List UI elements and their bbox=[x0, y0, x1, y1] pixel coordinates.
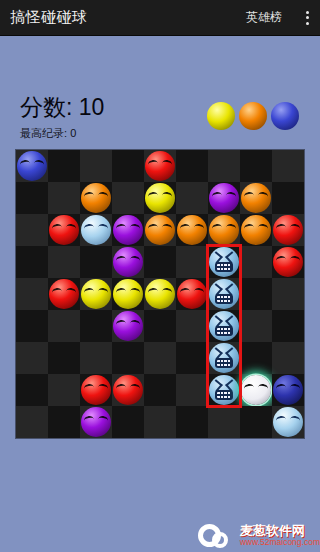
ball-white-selected[interactable] bbox=[241, 375, 271, 405]
cell-r1c6[interactable] bbox=[208, 182, 240, 214]
cell-r1c0[interactable] bbox=[16, 182, 48, 214]
cell-r3c6[interactable] bbox=[208, 246, 240, 278]
ball-yellow[interactable] bbox=[113, 279, 143, 309]
closed-eye-icon bbox=[51, 287, 62, 296]
cell-r4c8[interactable] bbox=[272, 278, 304, 310]
leaderboard-button[interactable]: 英雄榜 bbox=[246, 9, 282, 26]
closed-eye-icon bbox=[275, 255, 286, 264]
closed-eye-icon bbox=[115, 319, 126, 328]
maicong-cloud-logo-icon bbox=[197, 523, 235, 549]
cell-r8c8[interactable] bbox=[272, 406, 304, 438]
cell-r1c5[interactable] bbox=[176, 182, 208, 214]
watermark-site: 麦葱软件网 bbox=[240, 524, 320, 538]
ball-purple[interactable] bbox=[113, 247, 143, 277]
app-bar: 搞怪碰碰球 英雄榜 bbox=[0, 0, 320, 36]
closed-eye-icon bbox=[115, 223, 126, 232]
closed-eye-icon bbox=[289, 415, 300, 424]
cell-r0c0[interactable] bbox=[16, 150, 48, 182]
closed-eye-icon bbox=[289, 255, 300, 264]
cell-r7c2[interactable] bbox=[80, 374, 112, 406]
ball-cyan-grimace-clearing[interactable] bbox=[209, 343, 239, 373]
cell-r3c4[interactable] bbox=[144, 246, 176, 278]
closed-eye-icon bbox=[83, 223, 94, 232]
gritted-teeth-icon bbox=[215, 326, 233, 336]
ball-cyan-grimace-clearing[interactable] bbox=[209, 279, 239, 309]
cell-r2c2[interactable] bbox=[80, 214, 112, 246]
ball-orange[interactable] bbox=[241, 183, 271, 213]
cell-r1c8[interactable] bbox=[272, 182, 304, 214]
closed-eye-icon bbox=[83, 191, 94, 200]
cell-r4c1[interactable] bbox=[48, 278, 80, 310]
closed-eye-icon bbox=[211, 223, 222, 232]
cell-r1c2[interactable] bbox=[80, 182, 112, 214]
ball-yellow[interactable] bbox=[81, 279, 111, 309]
cell-r0c2[interactable] bbox=[80, 150, 112, 182]
closed-eye-icon bbox=[115, 383, 126, 392]
overflow-menu-icon[interactable] bbox=[298, 8, 316, 28]
cell-r2c0[interactable] bbox=[16, 214, 48, 246]
cell-r6c8[interactable] bbox=[272, 342, 304, 374]
ball-orange[interactable] bbox=[177, 215, 207, 245]
closed-eye-icon bbox=[65, 223, 76, 232]
closed-eye-icon bbox=[147, 287, 158, 296]
closed-eye-icon bbox=[83, 383, 94, 392]
cell-r4c6[interactable] bbox=[208, 278, 240, 310]
cell-r8c1[interactable] bbox=[48, 406, 80, 438]
closed-eye-icon bbox=[193, 287, 204, 296]
closed-eye-icon bbox=[51, 223, 62, 232]
cell-r2c4[interactable] bbox=[144, 214, 176, 246]
cell-r0c4[interactable] bbox=[144, 150, 176, 182]
cell-r1c3[interactable] bbox=[112, 182, 144, 214]
ball-red[interactable] bbox=[49, 215, 79, 245]
cell-r4c3[interactable] bbox=[112, 278, 144, 310]
closed-eye-icon bbox=[129, 287, 140, 296]
board bbox=[16, 150, 304, 438]
closed-eye-icon bbox=[147, 159, 158, 168]
closed-eye-icon bbox=[129, 255, 140, 264]
cell-r0c1[interactable] bbox=[48, 150, 80, 182]
cell-r7c0[interactable] bbox=[16, 374, 48, 406]
ball-red[interactable] bbox=[113, 375, 143, 405]
cell-r1c7[interactable] bbox=[240, 182, 272, 214]
closed-eye-icon bbox=[97, 287, 108, 296]
closed-eye-icon bbox=[33, 159, 44, 168]
cell-r5c4[interactable] bbox=[144, 310, 176, 342]
closed-eye-icon bbox=[83, 415, 94, 424]
ball-cyan[interactable] bbox=[81, 215, 111, 245]
next-ball-orange bbox=[239, 102, 267, 130]
closed-eye-icon bbox=[257, 191, 268, 200]
closed-eye-icon bbox=[97, 383, 108, 392]
ball-orange[interactable] bbox=[145, 215, 175, 245]
cell-r8c5[interactable] bbox=[176, 406, 208, 438]
score-line: 分数: 10 bbox=[20, 92, 104, 123]
closed-eye-icon bbox=[193, 223, 204, 232]
cell-r8c4[interactable] bbox=[144, 406, 176, 438]
closed-eye-icon bbox=[211, 191, 222, 200]
ball-orange[interactable] bbox=[241, 215, 271, 245]
closed-eye-icon bbox=[275, 383, 286, 392]
ball-purple[interactable] bbox=[113, 311, 143, 341]
cell-r8c3[interactable] bbox=[112, 406, 144, 438]
next-ball-yellow bbox=[207, 102, 235, 130]
ball-cyan[interactable] bbox=[273, 407, 303, 437]
cell-r6c1[interactable] bbox=[48, 342, 80, 374]
gritted-teeth-icon bbox=[215, 390, 233, 400]
cell-r6c2[interactable] bbox=[80, 342, 112, 374]
cell-r4c5[interactable] bbox=[176, 278, 208, 310]
cell-r5c8[interactable] bbox=[272, 310, 304, 342]
score-value: 10 bbox=[79, 94, 105, 120]
cell-r2c5[interactable] bbox=[176, 214, 208, 246]
gritted-teeth-icon bbox=[215, 294, 233, 304]
ball-red[interactable] bbox=[145, 151, 175, 181]
cell-r8c2[interactable] bbox=[80, 406, 112, 438]
ball-blue[interactable] bbox=[17, 151, 47, 181]
closed-eye-icon bbox=[97, 415, 108, 424]
closed-eye-icon bbox=[225, 191, 236, 200]
cell-r7c5[interactable] bbox=[176, 374, 208, 406]
cell-r3c1[interactable] bbox=[48, 246, 80, 278]
ball-navy-blue[interactable] bbox=[273, 375, 303, 405]
closed-eye-icon bbox=[147, 223, 158, 232]
ball-red[interactable] bbox=[273, 247, 303, 277]
cell-r7c4[interactable] bbox=[144, 374, 176, 406]
cell-r6c7[interactable] bbox=[240, 342, 272, 374]
cell-r5c7[interactable] bbox=[240, 310, 272, 342]
cell-r7c8[interactable] bbox=[272, 374, 304, 406]
closed-eye-icon bbox=[275, 415, 286, 424]
cell-r4c4[interactable] bbox=[144, 278, 176, 310]
closed-eye-icon bbox=[243, 191, 254, 200]
cell-r5c3[interactable] bbox=[112, 310, 144, 342]
closed-eye-icon bbox=[289, 383, 300, 392]
closed-eye-icon bbox=[83, 287, 94, 296]
closed-eye-icon bbox=[225, 223, 236, 232]
cell-r0c3[interactable] bbox=[112, 150, 144, 182]
cell-r8c7[interactable] bbox=[240, 406, 272, 438]
ball-red[interactable] bbox=[49, 279, 79, 309]
closed-eye-icon bbox=[97, 223, 108, 232]
closed-eye-icon bbox=[115, 287, 126, 296]
closed-eye-icon bbox=[129, 223, 140, 232]
cell-r8c6[interactable] bbox=[208, 406, 240, 438]
cell-r7c6[interactable] bbox=[208, 374, 240, 406]
closed-eye-icon bbox=[289, 223, 300, 232]
closed-eye-icon bbox=[179, 287, 190, 296]
cell-r3c8[interactable] bbox=[272, 246, 304, 278]
closed-eye-icon bbox=[161, 191, 172, 200]
gritted-teeth-icon bbox=[215, 358, 233, 368]
score-label: 分数: bbox=[20, 94, 72, 120]
closed-eye-icon bbox=[115, 255, 126, 264]
cell-r3c7[interactable] bbox=[240, 246, 272, 278]
ball-yellow[interactable] bbox=[145, 183, 175, 213]
cell-r6c4[interactable] bbox=[144, 342, 176, 374]
cell-r3c2[interactable] bbox=[80, 246, 112, 278]
ball-purple[interactable] bbox=[81, 407, 111, 437]
cell-r8c0[interactable] bbox=[16, 406, 48, 438]
closed-eye-icon bbox=[243, 383, 254, 392]
cell-r2c8[interactable] bbox=[272, 214, 304, 246]
closed-eye-icon bbox=[275, 223, 286, 232]
cell-r5c2[interactable] bbox=[80, 310, 112, 342]
next-ball-blue bbox=[271, 102, 299, 130]
cell-r4c0[interactable] bbox=[16, 278, 48, 310]
closed-eye-icon bbox=[161, 223, 172, 232]
ball-red[interactable] bbox=[81, 375, 111, 405]
cell-r4c2[interactable] bbox=[80, 278, 112, 310]
closed-eye-icon bbox=[19, 159, 30, 168]
cell-r6c0[interactable] bbox=[16, 342, 48, 374]
closed-eye-icon bbox=[65, 287, 76, 296]
ball-purple[interactable] bbox=[209, 183, 239, 213]
cell-r2c6[interactable] bbox=[208, 214, 240, 246]
gritted-teeth-icon bbox=[215, 262, 233, 272]
cell-r7c7[interactable] bbox=[240, 374, 272, 406]
cell-r2c1[interactable] bbox=[48, 214, 80, 246]
cell-r6c3[interactable] bbox=[112, 342, 144, 374]
closed-eye-icon bbox=[257, 383, 268, 392]
cell-r2c3[interactable] bbox=[112, 214, 144, 246]
ball-yellow[interactable] bbox=[145, 279, 175, 309]
record-value: 0 bbox=[70, 127, 76, 139]
cell-r1c4[interactable] bbox=[144, 182, 176, 214]
ball-red[interactable] bbox=[273, 215, 303, 245]
closed-eye-icon bbox=[257, 223, 268, 232]
ball-orange[interactable] bbox=[81, 183, 111, 213]
cell-r3c0[interactable] bbox=[16, 246, 48, 278]
cell-r5c5[interactable] bbox=[176, 310, 208, 342]
closed-eye-icon bbox=[243, 223, 254, 232]
record-label: 最高纪录: bbox=[20, 127, 67, 139]
closed-eye-icon bbox=[161, 287, 172, 296]
ball-cyan-grimace-clearing[interactable] bbox=[209, 375, 239, 405]
ball-cyan-grimace-clearing[interactable] bbox=[209, 311, 239, 341]
cell-r6c5[interactable] bbox=[176, 342, 208, 374]
ball-red[interactable] bbox=[177, 279, 207, 309]
cell-r0c6[interactable] bbox=[208, 150, 240, 182]
closed-eye-icon bbox=[161, 159, 172, 168]
closed-eye-icon bbox=[97, 191, 108, 200]
closed-eye-icon bbox=[179, 223, 190, 232]
ball-orange[interactable] bbox=[209, 215, 239, 245]
watermark: 麦葱软件网 www.52maicong.com bbox=[197, 523, 320, 549]
cell-r0c8[interactable] bbox=[272, 150, 304, 182]
cell-r7c3[interactable] bbox=[112, 374, 144, 406]
cell-r2c7[interactable] bbox=[240, 214, 272, 246]
cell-r3c5[interactable] bbox=[176, 246, 208, 278]
cell-r6c6[interactable] bbox=[208, 342, 240, 374]
cell-r5c1[interactable] bbox=[48, 310, 80, 342]
cell-r4c7[interactable] bbox=[240, 278, 272, 310]
cell-r5c6[interactable] bbox=[208, 310, 240, 342]
cell-r3c3[interactable] bbox=[112, 246, 144, 278]
watermark-url: www.52maicong.com bbox=[240, 538, 320, 547]
ball-purple[interactable] bbox=[113, 215, 143, 245]
cell-r1c1[interactable] bbox=[48, 182, 80, 214]
cell-r7c1[interactable] bbox=[48, 374, 80, 406]
cell-r0c5[interactable] bbox=[176, 150, 208, 182]
closed-eye-icon bbox=[147, 191, 158, 200]
cell-r0c7[interactable] bbox=[240, 150, 272, 182]
ball-cyan-grimace-clearing[interactable] bbox=[209, 247, 239, 277]
record-line: 最高纪录: 0 bbox=[20, 126, 76, 141]
closed-eye-icon bbox=[129, 383, 140, 392]
app-title: 搞怪碰碰球 bbox=[10, 8, 88, 27]
closed-eye-icon bbox=[129, 319, 140, 328]
next-balls bbox=[206, 101, 298, 129]
cell-r5c0[interactable] bbox=[16, 310, 48, 342]
